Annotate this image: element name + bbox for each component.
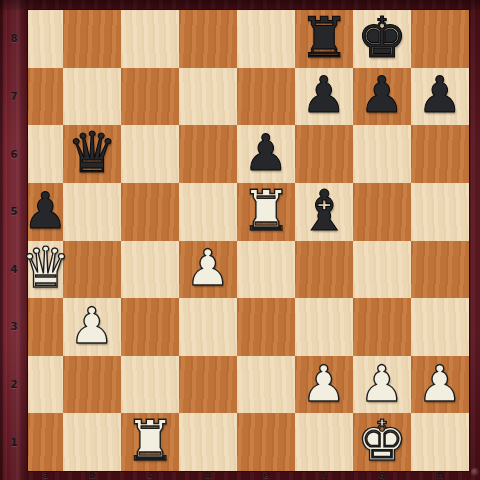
square-b7[interactable] — [63, 68, 121, 126]
black-pawn[interactable]: ♟ — [23, 186, 68, 236]
black-king[interactable]: ♚ — [357, 10, 407, 66]
black-bishop[interactable]: ♝ — [299, 183, 349, 239]
black-queen[interactable]: ♛ — [67, 125, 117, 181]
square-b3[interactable]: ♟ — [63, 298, 121, 356]
file-label-a: a — [28, 470, 63, 480]
square-g6[interactable] — [353, 125, 411, 183]
square-d4[interactable]: ♟ — [179, 241, 237, 299]
black-pawn[interactable]: ♟ — [418, 70, 463, 120]
white-rook[interactable]: ♜ — [125, 413, 175, 469]
chess-board: ♜♚♟♟♟♛♟♟♜♝♛♟♟♟♟♟♜♚ — [28, 10, 469, 471]
square-h7[interactable]: ♟ — [411, 68, 469, 126]
square-f5[interactable]: ♝ — [295, 183, 353, 241]
square-h5[interactable] — [411, 183, 469, 241]
square-g4[interactable] — [353, 241, 411, 299]
square-f7[interactable]: ♟ — [295, 68, 353, 126]
square-d3[interactable] — [179, 298, 237, 356]
chess-board-screenshot: ♜♚♟♟♟♛♟♟♜♝♛♟♟♟♟♟♜♚ 87654321 abcdefgh — [0, 0, 480, 480]
square-c5[interactable] — [121, 183, 179, 241]
square-e5[interactable]: ♜ — [237, 183, 295, 241]
square-e4[interactable] — [237, 241, 295, 299]
black-pawn[interactable]: ♟ — [302, 70, 347, 120]
square-a7[interactable] — [28, 68, 63, 126]
square-d8[interactable] — [179, 10, 237, 68]
square-c6[interactable] — [121, 125, 179, 183]
square-e6[interactable]: ♟ — [237, 125, 295, 183]
square-h2[interactable]: ♟ — [411, 356, 469, 414]
file-label-f: f — [295, 470, 353, 480]
square-b2[interactable] — [63, 356, 121, 414]
square-d5[interactable] — [179, 183, 237, 241]
square-e7[interactable] — [237, 68, 295, 126]
file-label-g: g — [353, 470, 411, 480]
square-h4[interactable] — [411, 241, 469, 299]
square-a8[interactable] — [28, 10, 63, 68]
rank-label-5: 5 — [0, 183, 28, 241]
file-label-c: c — [121, 470, 179, 480]
file-label-e: e — [237, 470, 295, 480]
black-pawn[interactable]: ♟ — [360, 70, 405, 120]
white-rook[interactable]: ♜ — [241, 183, 291, 239]
square-f6[interactable] — [295, 125, 353, 183]
white-pawn[interactable]: ♟ — [186, 243, 231, 293]
white-pawn[interactable]: ♟ — [360, 359, 405, 409]
watermark-dot — [471, 468, 479, 476]
square-a2[interactable] — [28, 356, 63, 414]
square-g3[interactable] — [353, 298, 411, 356]
square-g2[interactable]: ♟ — [353, 356, 411, 414]
square-c3[interactable] — [121, 298, 179, 356]
file-label-d: d — [179, 470, 237, 480]
square-f3[interactable] — [295, 298, 353, 356]
square-a4[interactable]: ♛ — [28, 241, 63, 299]
square-c4[interactable] — [121, 241, 179, 299]
rank-label-1: 1 — [0, 413, 28, 471]
white-pawn[interactable]: ♟ — [70, 301, 115, 351]
square-h3[interactable] — [411, 298, 469, 356]
square-f8[interactable]: ♜ — [295, 10, 353, 68]
black-rook[interactable]: ♜ — [299, 10, 349, 66]
square-h1[interactable] — [411, 413, 469, 471]
square-g7[interactable]: ♟ — [353, 68, 411, 126]
square-d2[interactable] — [179, 356, 237, 414]
rank-label-3: 3 — [0, 298, 28, 356]
square-f4[interactable] — [295, 241, 353, 299]
square-d7[interactable] — [179, 68, 237, 126]
square-e8[interactable] — [237, 10, 295, 68]
rank-label-4: 4 — [0, 241, 28, 299]
square-d1[interactable] — [179, 413, 237, 471]
rank-label-2: 2 — [0, 356, 28, 414]
square-b8[interactable] — [63, 10, 121, 68]
square-c7[interactable] — [121, 68, 179, 126]
square-e1[interactable] — [237, 413, 295, 471]
file-labels: abcdefgh — [28, 470, 469, 480]
white-pawn[interactable]: ♟ — [418, 359, 463, 409]
file-label-b: b — [63, 470, 121, 480]
black-pawn[interactable]: ♟ — [244, 128, 289, 178]
square-c8[interactable] — [121, 10, 179, 68]
square-a6[interactable] — [28, 125, 63, 183]
square-e2[interactable] — [237, 356, 295, 414]
square-b4[interactable] — [63, 241, 121, 299]
white-king[interactable]: ♚ — [357, 413, 407, 469]
square-a3[interactable] — [28, 298, 63, 356]
rank-label-8: 8 — [0, 10, 28, 68]
square-b1[interactable] — [63, 413, 121, 471]
square-f2[interactable]: ♟ — [295, 356, 353, 414]
square-c1[interactable]: ♜ — [121, 413, 179, 471]
square-h8[interactable] — [411, 10, 469, 68]
rank-label-7: 7 — [0, 68, 28, 126]
square-g8[interactable]: ♚ — [353, 10, 411, 68]
file-label-h: h — [411, 470, 469, 480]
square-c2[interactable] — [121, 356, 179, 414]
square-d6[interactable] — [179, 125, 237, 183]
square-g1[interactable]: ♚ — [353, 413, 411, 471]
white-pawn[interactable]: ♟ — [302, 359, 347, 409]
rank-label-6: 6 — [0, 125, 28, 183]
square-a5[interactable]: ♟ — [28, 183, 63, 241]
rank-labels: 87654321 — [0, 10, 28, 471]
square-h6[interactable] — [411, 125, 469, 183]
square-g5[interactable] — [353, 183, 411, 241]
square-f1[interactable] — [295, 413, 353, 471]
square-a1[interactable] — [28, 413, 63, 471]
square-b5[interactable] — [63, 183, 121, 241]
square-e3[interactable] — [237, 298, 295, 356]
square-b6[interactable]: ♛ — [63, 125, 121, 183]
